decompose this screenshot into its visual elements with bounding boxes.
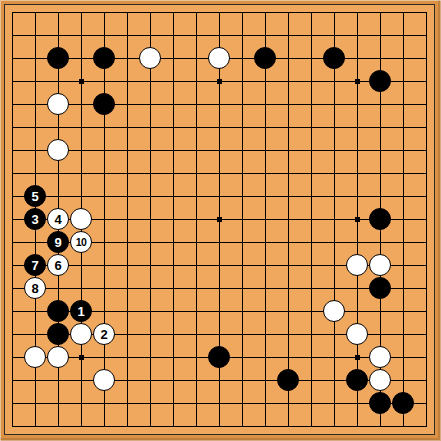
grid-line-vertical bbox=[265, 12, 266, 427]
black-stone-move-1: 1 bbox=[70, 300, 92, 322]
white-stone bbox=[70, 323, 92, 345]
move-number-label: 6 bbox=[54, 259, 61, 272]
black-stone bbox=[369, 277, 391, 299]
white-stone bbox=[346, 254, 368, 276]
grid-line-horizontal bbox=[12, 403, 427, 404]
move-number-label: 8 bbox=[31, 282, 38, 295]
black-stone bbox=[254, 47, 276, 69]
black-stone bbox=[47, 300, 69, 322]
move-number-label: 4 bbox=[54, 213, 61, 226]
move-number-label: 7 bbox=[31, 259, 38, 272]
black-stone-move-3: 3 bbox=[24, 208, 46, 230]
white-stone bbox=[208, 47, 230, 69]
grid-line-horizontal bbox=[12, 426, 427, 427]
white-stone bbox=[369, 346, 391, 368]
star-point bbox=[217, 79, 222, 84]
move-number-label: 5 bbox=[31, 190, 38, 203]
white-stone bbox=[93, 369, 115, 391]
white-stone bbox=[369, 254, 391, 276]
star-point bbox=[79, 79, 84, 84]
grid-line-vertical bbox=[334, 12, 335, 427]
black-stone bbox=[208, 346, 230, 368]
black-stone bbox=[277, 369, 299, 391]
black-stone bbox=[369, 392, 391, 414]
white-stone bbox=[139, 47, 161, 69]
black-stone bbox=[93, 47, 115, 69]
black-stone bbox=[47, 323, 69, 345]
black-stone bbox=[323, 47, 345, 69]
white-stone-move-6: 6 bbox=[47, 254, 69, 276]
move-number-label: 10 bbox=[76, 237, 87, 248]
white-stone-move-4: 4 bbox=[47, 208, 69, 230]
white-stone-move-10: 10 bbox=[70, 231, 92, 253]
black-stone-move-7: 7 bbox=[24, 254, 46, 276]
grid-line-vertical bbox=[288, 12, 289, 427]
black-stone bbox=[93, 93, 115, 115]
star-point bbox=[355, 79, 360, 84]
grid-line-vertical bbox=[311, 12, 312, 427]
white-stone bbox=[346, 323, 368, 345]
grid-line-vertical bbox=[426, 12, 427, 427]
black-stone bbox=[369, 70, 391, 92]
white-stone bbox=[24, 346, 46, 368]
star-point bbox=[355, 355, 360, 360]
black-stone bbox=[47, 47, 69, 69]
grid-line-horizontal bbox=[12, 288, 427, 289]
white-stone bbox=[47, 139, 69, 161]
black-stone bbox=[392, 392, 414, 414]
go-board: 53491076812 bbox=[4, 4, 435, 435]
black-stone-move-9: 9 bbox=[47, 231, 69, 253]
white-stone-move-2: 2 bbox=[93, 323, 115, 345]
move-number-label: 3 bbox=[31, 213, 38, 226]
black-stone bbox=[369, 208, 391, 230]
white-stone bbox=[47, 93, 69, 115]
grid-line-vertical bbox=[242, 12, 243, 427]
white-stone bbox=[369, 369, 391, 391]
star-point bbox=[79, 355, 84, 360]
white-stone-move-8: 8 bbox=[24, 277, 46, 299]
move-number-label: 2 bbox=[100, 328, 107, 341]
white-stone bbox=[47, 346, 69, 368]
white-stone bbox=[70, 208, 92, 230]
black-stone bbox=[346, 369, 368, 391]
move-number-label: 9 bbox=[54, 236, 61, 249]
star-point bbox=[217, 217, 222, 222]
black-stone-move-5: 5 bbox=[24, 185, 46, 207]
goban-frame: 53491076812 bbox=[0, 0, 441, 441]
white-stone bbox=[323, 300, 345, 322]
grid-line-vertical bbox=[403, 12, 404, 427]
star-point bbox=[355, 217, 360, 222]
move-number-label: 1 bbox=[77, 305, 84, 318]
